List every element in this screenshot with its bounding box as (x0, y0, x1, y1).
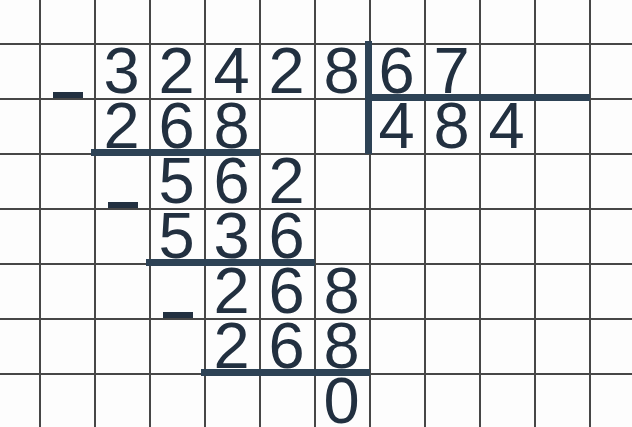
product-2-digit-r3c2: 5 (149, 208, 204, 263)
dividend-digit-r0c4: 2 (259, 43, 314, 98)
quotient-digit-r1c7: 8 (424, 98, 479, 153)
digit-cells-layer: 32428672684845625362682680 (0, 0, 632, 427)
product-3-digit-r5c4: 6 (259, 318, 314, 373)
remainder-digit-r6c5: 0 (314, 373, 369, 427)
product-1-digit-r1c1: 2 (94, 98, 149, 153)
minus-sign-2 (108, 202, 138, 208)
squared-paper-sheet: 32428672684845625362682680 (0, 0, 632, 427)
quotient-digit-r1c6: 4 (369, 98, 424, 153)
dividend-digit-r0c5: 8 (314, 43, 369, 98)
quotient-digit-r1c8: 4 (479, 98, 534, 153)
minus-sign-3 (163, 312, 193, 318)
minus-sign-1 (53, 92, 83, 98)
product-3-digit-r5c3: 2 (204, 318, 259, 373)
